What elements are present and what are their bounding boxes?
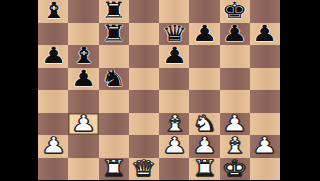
- square-a2[interactable]: ♟: [38, 135, 68, 158]
- square-h8[interactable]: [250, 0, 280, 23]
- piece-white-pawn[interactable]: ♟: [161, 137, 187, 155]
- piece-black-pawn[interactable]: ♟: [40, 47, 66, 65]
- square-c7[interactable]: ♜: [99, 23, 129, 46]
- square-c4[interactable]: [99, 90, 129, 113]
- piece-white-bishop[interactable]: ♝: [222, 137, 248, 155]
- piece-black-pawn[interactable]: ♟: [222, 25, 248, 43]
- square-f6[interactable]: [189, 45, 219, 68]
- piece-black-knight[interactable]: ♞: [101, 70, 127, 88]
- video-frame: ♝♜♚♜♛♟♟♟♟♝♟♟♞♟♝♞♟♟♟♟♝♟♜♛♜♚: [0, 0, 320, 180]
- square-b5[interactable]: ♟: [68, 68, 98, 91]
- piece-white-pawn[interactable]: ♟: [40, 137, 66, 155]
- square-f2[interactable]: ♟: [189, 135, 219, 158]
- square-g1[interactable]: ♚: [220, 158, 250, 181]
- square-g5[interactable]: [220, 68, 250, 91]
- square-d6[interactable]: [129, 45, 159, 68]
- square-e4[interactable]: [159, 90, 189, 113]
- square-d8[interactable]: [129, 0, 159, 23]
- square-f1[interactable]: ♜: [189, 158, 219, 181]
- square-d7[interactable]: [129, 23, 159, 46]
- square-g2[interactable]: ♝: [220, 135, 250, 158]
- square-f5[interactable]: [189, 68, 219, 91]
- piece-black-bishop[interactable]: ♝: [40, 2, 66, 20]
- square-c2[interactable]: [99, 135, 129, 158]
- square-c8[interactable]: ♜: [99, 0, 129, 23]
- square-g4[interactable]: [220, 90, 250, 113]
- square-d3[interactable]: [129, 113, 159, 136]
- letterbox-right-bar: [280, 0, 320, 180]
- piece-white-rook[interactable]: ♜: [101, 160, 127, 178]
- piece-black-rook[interactable]: ♜: [101, 25, 127, 43]
- square-h7[interactable]: ♟: [250, 23, 280, 46]
- square-a8[interactable]: ♝: [38, 0, 68, 23]
- piece-black-pawn[interactable]: ♟: [192, 25, 218, 43]
- square-b6[interactable]: ♝: [68, 45, 98, 68]
- square-f3[interactable]: ♞: [189, 113, 219, 136]
- square-a7[interactable]: [38, 23, 68, 46]
- square-g8[interactable]: ♚: [220, 0, 250, 23]
- square-g7[interactable]: ♟: [220, 23, 250, 46]
- square-e8[interactable]: [159, 0, 189, 23]
- square-b1[interactable]: [68, 158, 98, 181]
- square-a4[interactable]: [38, 90, 68, 113]
- square-d4[interactable]: [129, 90, 159, 113]
- piece-black-pawn[interactable]: ♟: [161, 47, 187, 65]
- piece-black-pawn[interactable]: ♟: [252, 25, 278, 43]
- square-d1[interactable]: ♛: [129, 158, 159, 181]
- piece-black-rook[interactable]: ♜: [101, 2, 127, 20]
- piece-white-king[interactable]: ♚: [222, 160, 248, 178]
- square-a5[interactable]: [38, 68, 68, 91]
- square-c6[interactable]: [99, 45, 129, 68]
- square-h3[interactable]: [250, 113, 280, 136]
- square-b3[interactable]: ♟: [68, 113, 98, 136]
- square-c1[interactable]: ♜: [99, 158, 129, 181]
- square-b2[interactable]: [68, 135, 98, 158]
- square-a6[interactable]: ♟: [38, 45, 68, 68]
- piece-black-king[interactable]: ♚: [222, 2, 248, 20]
- square-h5[interactable]: [250, 68, 280, 91]
- piece-black-pawn[interactable]: ♟: [71, 70, 97, 88]
- letterbox-left-bar: [0, 0, 38, 180]
- square-h4[interactable]: [250, 90, 280, 113]
- square-e7[interactable]: ♛: [159, 23, 189, 46]
- square-c5[interactable]: ♞: [99, 68, 129, 91]
- square-h6[interactable]: [250, 45, 280, 68]
- square-d2[interactable]: [129, 135, 159, 158]
- piece-white-rook[interactable]: ♜: [192, 160, 218, 178]
- piece-black-bishop[interactable]: ♝: [71, 47, 97, 65]
- square-c3[interactable]: [99, 113, 129, 136]
- piece-white-pawn[interactable]: ♟: [222, 115, 248, 133]
- square-e3[interactable]: ♝: [159, 113, 189, 136]
- chess-board: ♝♜♚♜♛♟♟♟♟♝♟♟♞♟♝♞♟♟♟♟♝♟♜♛♜♚: [38, 0, 280, 180]
- square-b8[interactable]: [68, 0, 98, 23]
- piece-white-pawn[interactable]: ♟: [252, 137, 278, 155]
- square-e1[interactable]: [159, 158, 189, 181]
- square-f7[interactable]: ♟: [189, 23, 219, 46]
- square-b4[interactable]: [68, 90, 98, 113]
- piece-white-bishop[interactable]: ♝: [161, 115, 187, 133]
- piece-white-pawn[interactable]: ♟: [192, 137, 218, 155]
- square-h2[interactable]: ♟: [250, 135, 280, 158]
- piece-black-queen[interactable]: ♛: [161, 25, 187, 43]
- square-b7[interactable]: [68, 23, 98, 46]
- square-d5[interactable]: [129, 68, 159, 91]
- square-f8[interactable]: [189, 0, 219, 23]
- square-g3[interactable]: ♟: [220, 113, 250, 136]
- piece-white-pawn[interactable]: ♟: [71, 115, 97, 133]
- square-g6[interactable]: [220, 45, 250, 68]
- square-a1[interactable]: [38, 158, 68, 181]
- piece-white-knight[interactable]: ♞: [192, 115, 218, 133]
- square-e2[interactable]: ♟: [159, 135, 189, 158]
- square-h1[interactable]: [250, 158, 280, 181]
- piece-white-queen[interactable]: ♛: [131, 160, 157, 178]
- square-f4[interactable]: [189, 90, 219, 113]
- square-e5[interactable]: [159, 68, 189, 91]
- square-e6[interactable]: ♟: [159, 45, 189, 68]
- square-a3[interactable]: [38, 113, 68, 136]
